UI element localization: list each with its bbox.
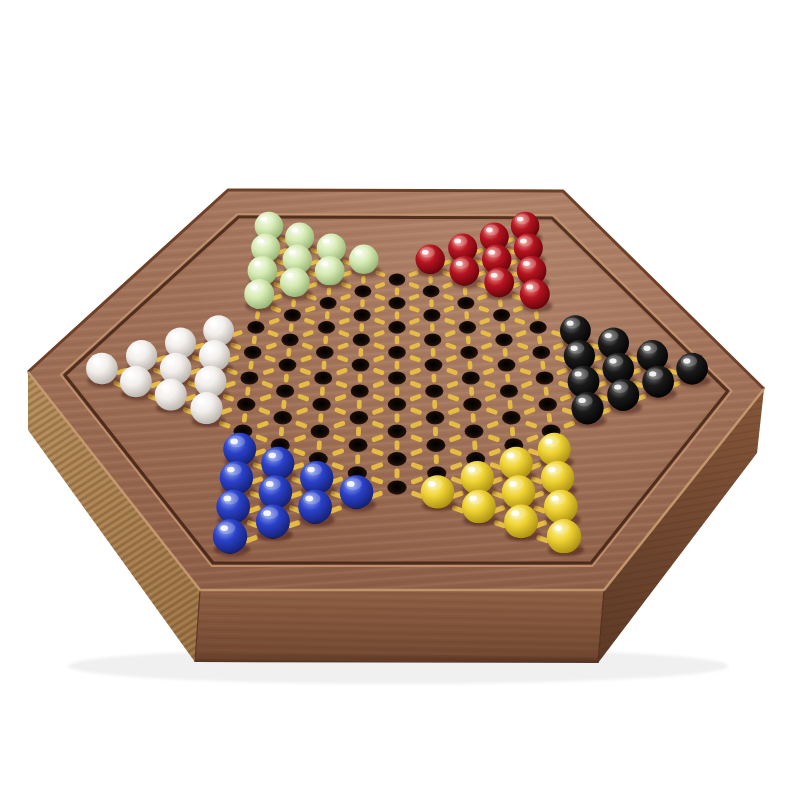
hole-c7-4[interactable]	[316, 346, 334, 359]
hole-c11-5[interactable]	[462, 371, 480, 384]
connector-dash	[395, 387, 400, 396]
marble-specular-highlight	[567, 321, 574, 326]
hole-c11-7[interactable]	[465, 425, 484, 439]
marble-specular-highlight	[355, 250, 362, 255]
connector-dash	[507, 400, 512, 410]
marble-specular-highlight	[575, 371, 582, 376]
hole-c6-6[interactable]	[276, 384, 294, 397]
hole-c13-4[interactable]	[530, 321, 547, 334]
connector-dash	[469, 387, 474, 396]
hole-c10-6[interactable]	[426, 411, 445, 425]
chinese-checkers-board	[0, 0, 800, 800]
marble-specular-highlight	[305, 496, 313, 502]
hole-c9-3[interactable]	[388, 346, 406, 359]
connector-dash	[356, 427, 361, 436]
marble-specular-highlight	[251, 284, 258, 289]
hole-c8-4[interactable]	[352, 359, 370, 372]
hole-c7-6[interactable]	[312, 398, 330, 411]
marble-specular-highlight	[644, 346, 651, 351]
marble-specular-highlight	[614, 384, 621, 389]
hole-c9-1[interactable]	[389, 297, 406, 309]
hole-c5-7[interactable]	[237, 398, 255, 411]
connector-dash	[326, 287, 331, 295]
board-front-face-grain	[195, 590, 604, 663]
hole-c8-2[interactable]	[354, 309, 371, 322]
connector-dash	[395, 361, 400, 370]
marble-specular-highlight	[571, 346, 578, 351]
marble-specular-highlight	[428, 481, 436, 487]
marble-specular-highlight	[683, 358, 690, 363]
hole-c13-5[interactable]	[533, 346, 551, 359]
hole-c8-5[interactable]	[351, 384, 369, 397]
connector-dash	[359, 323, 364, 332]
hole-c9-2[interactable]	[388, 321, 405, 334]
hole-c10-1[interactable]	[423, 285, 440, 297]
hole-c5-5[interactable]	[244, 346, 262, 359]
connector-dash	[431, 348, 436, 357]
marble-specular-highlight	[605, 333, 612, 338]
connector-dash	[318, 413, 323, 422]
connector-dash	[434, 454, 439, 464]
marble-specular-highlight	[254, 261, 261, 266]
marble-specular-highlight	[289, 250, 296, 255]
connector-dash	[431, 374, 436, 383]
hole-c10-5[interactable]	[425, 384, 443, 397]
hole-c7-5[interactable]	[314, 371, 332, 384]
marble-specular-highlight	[224, 496, 232, 502]
marble-specular-highlight	[578, 398, 585, 403]
marble-specular-highlight	[486, 228, 493, 233]
connector-dash	[432, 400, 437, 409]
connector-dash	[321, 361, 326, 370]
hole-c7-2[interactable]	[320, 297, 337, 309]
hole-c7-3[interactable]	[318, 321, 335, 334]
marble-specular-highlight	[230, 439, 238, 445]
hole-c11-3[interactable]	[459, 321, 476, 334]
marble-specular-highlight	[422, 250, 429, 255]
marble-specular-highlight	[488, 250, 495, 255]
marble-specular-highlight	[507, 453, 515, 459]
marble-specular-highlight	[227, 467, 235, 473]
hole-c10-3[interactable]	[424, 333, 441, 346]
connector-dash	[466, 336, 471, 345]
hole-c6-5[interactable]	[279, 359, 297, 372]
connector-dash	[279, 427, 285, 437]
hole-c11-6[interactable]	[463, 398, 481, 411]
hole-c8-6[interactable]	[350, 411, 369, 425]
marble-specular-highlight	[347, 481, 355, 487]
marble-specular-highlight	[197, 398, 204, 403]
connector-dash	[359, 348, 364, 357]
connector-dash	[471, 413, 476, 422]
marble-specular-highlight	[454, 239, 461, 244]
connector-dash	[358, 374, 363, 383]
connector-dash	[395, 336, 399, 344]
hole-c12-7[interactable]	[502, 411, 521, 425]
marble-specular-highlight	[649, 371, 656, 376]
marble-specular-highlight	[202, 371, 209, 376]
marble-specular-highlight	[456, 261, 463, 266]
marble-specular-highlight	[491, 273, 498, 278]
connector-dash	[472, 440, 477, 450]
marble-specular-highlight	[127, 371, 134, 376]
connector-dash	[323, 336, 328, 345]
connector-dash	[395, 441, 400, 450]
hole-c7-7[interactable]	[311, 425, 330, 439]
connector-dash	[325, 311, 330, 320]
connector-dash	[467, 361, 472, 370]
connector-dash	[429, 299, 434, 307]
marble-specular-highlight	[257, 239, 264, 244]
hole-c6-4[interactable]	[281, 333, 298, 346]
connector-dash	[281, 400, 286, 410]
marble-specular-highlight	[511, 510, 519, 516]
hole-c8-1[interactable]	[355, 285, 372, 297]
connector-dash	[357, 400, 362, 409]
connector-dash	[464, 311, 469, 320]
marble-specular-highlight	[93, 358, 100, 363]
marble-specular-highlight	[551, 496, 559, 502]
connector-dash	[395, 469, 400, 479]
marble-specular-highlight	[266, 481, 274, 487]
hole-c9-0[interactable]	[389, 274, 406, 286]
marble-specular-highlight	[609, 358, 616, 363]
hole-c5-4[interactable]	[247, 321, 264, 334]
marble-specular-highlight	[517, 217, 524, 222]
marble-specular-highlight	[261, 217, 268, 222]
marble-specular-highlight	[469, 496, 477, 502]
connector-dash	[430, 323, 435, 332]
marble-specular-highlight	[545, 439, 553, 445]
hole-c10-7[interactable]	[426, 438, 445, 452]
marble-specular-highlight	[286, 273, 293, 278]
hole-c6-7[interactable]	[273, 411, 292, 425]
connector-dash	[360, 299, 365, 307]
connector-dash	[395, 287, 399, 295]
connector-dash	[510, 427, 516, 437]
connector-dash	[320, 387, 325, 396]
marble-specular-highlight	[307, 467, 315, 473]
photo-canvas	[0, 0, 800, 800]
connector-dash	[433, 427, 438, 436]
connector-dash	[284, 373, 289, 382]
hole-c8-3[interactable]	[353, 333, 370, 346]
hole-c10-4[interactable]	[425, 359, 443, 372]
marble-specular-highlight	[206, 346, 213, 351]
hole-c11-2[interactable]	[457, 297, 474, 309]
hole-c9-4[interactable]	[388, 371, 406, 384]
marble-specular-highlight	[526, 284, 533, 289]
marble-specular-highlight	[162, 384, 169, 389]
hole-c12-5[interactable]	[498, 359, 516, 372]
marble-specular-highlight	[548, 467, 556, 473]
hole-c5-6[interactable]	[240, 371, 258, 384]
hole-c11-4[interactable]	[460, 346, 478, 359]
marble-specular-highlight	[268, 453, 276, 459]
hole-c9-8[interactable]	[387, 481, 406, 495]
marble-specular-highlight	[263, 510, 271, 516]
hole-c6-3[interactable]	[284, 309, 301, 322]
connector-dash	[317, 440, 322, 450]
connector-dash	[395, 311, 399, 319]
marble-specular-highlight	[133, 346, 140, 351]
hole-c9-7[interactable]	[388, 452, 407, 466]
hole-c12-6[interactable]	[500, 384, 518, 397]
hole-c9-5[interactable]	[388, 398, 406, 411]
marble-specular-highlight	[172, 333, 179, 338]
marble-specular-highlight	[554, 525, 562, 531]
connector-dash	[505, 373, 510, 382]
hole-c13-6[interactable]	[536, 371, 554, 384]
marble-specular-highlight	[523, 261, 530, 266]
marble-specular-highlight	[321, 261, 328, 266]
hole-c12-4[interactable]	[495, 333, 512, 346]
connector-dash	[395, 413, 400, 422]
marble-specular-highlight	[292, 228, 299, 233]
hole-c12-3[interactable]	[493, 309, 510, 322]
connector-dash	[355, 454, 360, 464]
marble-specular-highlight	[468, 467, 476, 473]
marble-specular-highlight	[220, 525, 228, 531]
marble-specular-highlight	[167, 358, 174, 363]
hole-c8-7[interactable]	[349, 438, 368, 452]
marble-specular-highlight	[509, 481, 517, 487]
marble-specular-highlight	[323, 239, 330, 244]
hole-c13-7[interactable]	[539, 398, 557, 411]
marble-specular-highlight	[210, 321, 217, 326]
hole-c10-2[interactable]	[423, 309, 440, 322]
marble-specular-highlight	[520, 239, 527, 244]
hole-c9-6[interactable]	[388, 425, 407, 439]
